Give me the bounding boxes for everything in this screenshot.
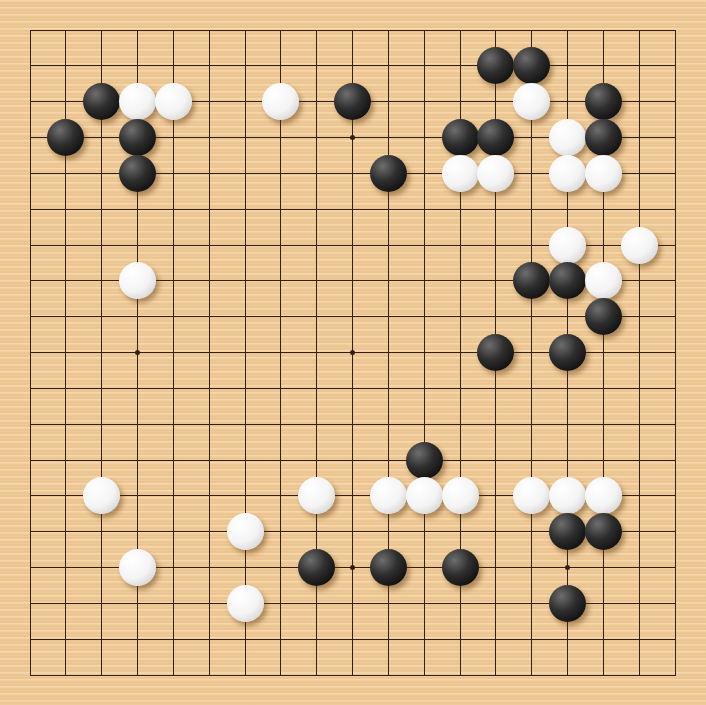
hoshi-point: [350, 565, 355, 570]
stone-black: [477, 47, 514, 84]
hoshi-point: [565, 565, 570, 570]
stone-white: [549, 155, 586, 192]
board-grid-line-vertical: [173, 30, 174, 676]
board-grid-line-vertical: [424, 30, 425, 676]
go-app-window: [0, 0, 706, 705]
stone-black: [585, 83, 622, 120]
stone-black: [334, 83, 371, 120]
stone-white: [585, 262, 622, 299]
board-grid-line-horizontal: [30, 30, 676, 31]
board-grid-line-vertical: [30, 30, 31, 676]
stone-black: [549, 262, 586, 299]
board-grid-line-horizontal: [30, 639, 676, 640]
stone-black: [119, 155, 156, 192]
stone-black: [47, 119, 84, 156]
stone-black: [549, 334, 586, 371]
hoshi-point: [135, 350, 140, 355]
stone-black: [513, 262, 550, 299]
stone-white: [549, 119, 586, 156]
stone-white: [513, 83, 550, 120]
stone-white: [83, 477, 120, 514]
stone-white: [119, 83, 156, 120]
stone-black: [477, 334, 514, 371]
board-grid-line-vertical: [245, 30, 246, 676]
stone-white: [370, 477, 407, 514]
board-grid-line-horizontal: [30, 460, 676, 461]
board-grid-line-vertical: [101, 30, 102, 676]
hoshi-point: [350, 135, 355, 140]
stone-white: [549, 227, 586, 264]
stone-white: [549, 477, 586, 514]
stone-black: [513, 47, 550, 84]
stone-white: [298, 477, 335, 514]
board-grid-line-horizontal: [30, 388, 676, 389]
stone-black: [585, 513, 622, 550]
go-board[interactable]: [0, 0, 706, 705]
stone-white: [513, 477, 550, 514]
stone-white: [442, 155, 479, 192]
stone-black: [442, 119, 479, 156]
stone-white: [585, 155, 622, 192]
board-grid-line-horizontal: [30, 424, 676, 425]
board-grid-line-vertical: [280, 30, 281, 676]
stone-white: [406, 477, 443, 514]
stone-black: [549, 585, 586, 622]
stone-black: [83, 83, 120, 120]
board-grid-line-horizontal: [30, 675, 676, 676]
stone-black: [549, 513, 586, 550]
stone-white: [585, 477, 622, 514]
stone-black: [119, 119, 156, 156]
stone-white: [262, 83, 299, 120]
board-grid-line-vertical: [639, 30, 640, 676]
stone-black: [406, 442, 443, 479]
board-grid-line-vertical: [531, 30, 532, 676]
hoshi-point: [350, 350, 355, 355]
stone-black: [442, 549, 479, 586]
stone-white: [119, 262, 156, 299]
board-grid-line-vertical: [675, 30, 676, 676]
stone-black: [298, 549, 335, 586]
stone-white: [477, 155, 514, 192]
stone-black: [370, 549, 407, 586]
stone-white: [119, 549, 156, 586]
stone-black: [477, 119, 514, 156]
stone-white: [227, 585, 264, 622]
board-grid-line-horizontal: [30, 316, 676, 317]
stone-white: [227, 513, 264, 550]
stone-black: [585, 298, 622, 335]
stone-black: [585, 119, 622, 156]
stone-white: [155, 83, 192, 120]
stone-white: [442, 477, 479, 514]
board-grid-line-horizontal: [30, 209, 676, 210]
board-grid-line-horizontal: [30, 65, 676, 66]
stone-white: [621, 227, 658, 264]
board-grid-line-vertical: [209, 30, 210, 676]
stone-black: [370, 155, 407, 192]
